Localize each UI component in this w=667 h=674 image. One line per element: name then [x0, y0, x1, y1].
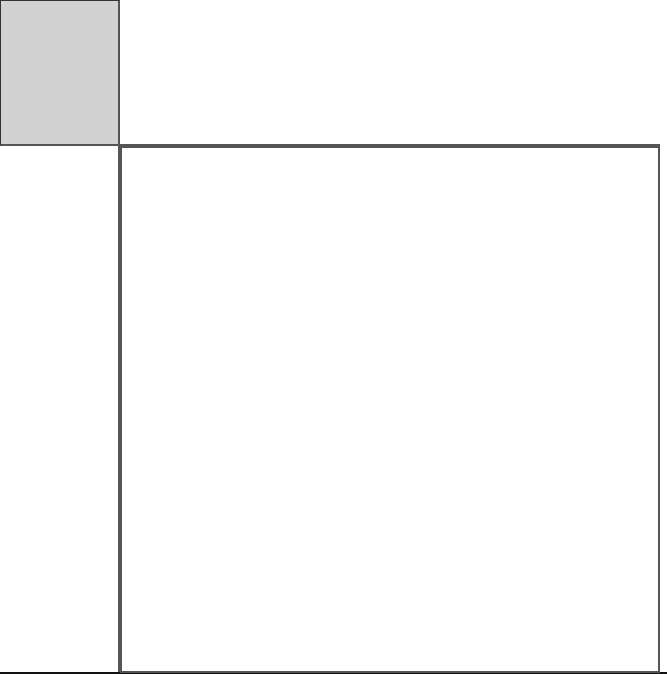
watermark-text	[0, 0, 120, 54]
row-clues-area	[0, 146, 120, 673]
nonogram-puzzle-page	[0, 0, 667, 674]
corner-watermark-block	[0, 0, 120, 146]
column-clues-area	[120, 0, 660, 146]
nonogram-board[interactable]	[120, 146, 660, 673]
